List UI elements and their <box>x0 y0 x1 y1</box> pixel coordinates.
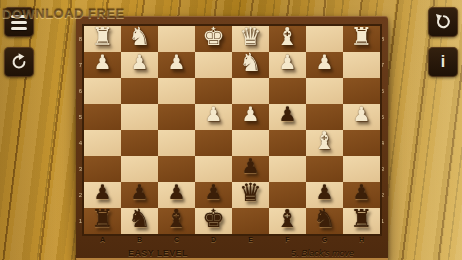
square-B6[interactable] <box>121 78 158 104</box>
rank-label-2: 2 <box>379 182 386 208</box>
square-F3[interactable] <box>269 156 306 182</box>
square-E1[interactable] <box>232 208 269 234</box>
square-H8[interactable]: ♜ <box>343 26 380 52</box>
rank-label-7: 7 <box>379 52 386 78</box>
piece-black-king[interactable]: ♚ <box>202 206 224 231</box>
info-button[interactable]: i <box>428 47 458 77</box>
square-H4[interactable] <box>343 130 380 156</box>
piece-black-pawn[interactable]: ♟ <box>94 182 112 202</box>
square-H5[interactable]: ♟ <box>343 104 380 130</box>
square-D7[interactable] <box>195 52 232 78</box>
restart-button[interactable] <box>4 47 34 77</box>
rank-label-3: 3 <box>379 156 386 182</box>
menu-button[interactable] <box>4 7 34 37</box>
rank-labels-right: 87654321 <box>379 26 386 234</box>
square-A5[interactable] <box>84 104 121 130</box>
rank-label-5: 5 <box>77 104 84 130</box>
piece-white-pawn[interactable]: ♟ <box>131 52 149 72</box>
square-B5[interactable] <box>121 104 158 130</box>
piece-white-queen[interactable]: ♛ <box>239 24 261 49</box>
restart-circular-arrow-icon <box>9 52 29 72</box>
square-D4[interactable] <box>195 130 232 156</box>
square-A1[interactable]: ♜ <box>84 208 121 234</box>
square-C5[interactable] <box>158 104 195 130</box>
piece-black-pawn[interactable]: ♟ <box>131 182 149 202</box>
undo-curved-arrow-icon <box>433 12 453 32</box>
piece-white-pawn[interactable]: ♟ <box>279 52 297 72</box>
square-A4[interactable] <box>84 130 121 156</box>
piece-black-queen[interactable]: ♛ <box>239 180 261 205</box>
square-F6[interactable] <box>269 78 306 104</box>
piece-white-bishop[interactable]: ♝ <box>313 128 335 153</box>
piece-white-knight[interactable]: ♞ <box>239 50 261 75</box>
square-B8[interactable]: ♞ <box>121 26 158 52</box>
rank-label-4: 4 <box>77 130 84 156</box>
square-E5[interactable]: ♟ <box>232 104 269 130</box>
square-G3[interactable] <box>306 156 343 182</box>
square-F5[interactable]: ♟ <box>269 104 306 130</box>
square-C4[interactable] <box>158 130 195 156</box>
square-D8[interactable]: ♚ <box>195 26 232 52</box>
piece-black-pawn[interactable]: ♟ <box>205 182 223 202</box>
info-icon: i <box>441 54 445 70</box>
square-C6[interactable] <box>158 78 195 104</box>
rank-labels-left: 87654321 <box>77 26 84 234</box>
move-number: 5. <box>291 248 299 258</box>
rank-label-8: 8 <box>77 26 84 52</box>
piece-black-bishop[interactable]: ♝ <box>276 206 298 231</box>
piece-white-pawn[interactable]: ♟ <box>316 52 334 72</box>
square-E7[interactable]: ♞ <box>232 52 269 78</box>
piece-white-rook[interactable]: ♜ <box>350 24 372 49</box>
rank-label-1: 1 <box>379 208 386 234</box>
square-D6[interactable] <box>195 78 232 104</box>
rank-label-8: 8 <box>379 26 386 52</box>
square-C7[interactable]: ♟ <box>158 52 195 78</box>
piece-black-knight[interactable]: ♞ <box>313 206 335 231</box>
chess-app-screen: DOWNLOAD FREE i 87654321 87654321 ♜♞♚♛♝♜… <box>0 0 462 260</box>
piece-white-rook[interactable]: ♜ <box>91 24 113 49</box>
square-A6[interactable] <box>84 78 121 104</box>
square-B3[interactable] <box>121 156 158 182</box>
piece-black-pawn[interactable]: ♟ <box>168 182 186 202</box>
square-F8[interactable]: ♝ <box>269 26 306 52</box>
square-F1[interactable]: ♝ <box>269 208 306 234</box>
square-G6[interactable] <box>306 78 343 104</box>
square-E6[interactable] <box>232 78 269 104</box>
square-E4[interactable] <box>232 130 269 156</box>
square-G4[interactable]: ♝ <box>306 130 343 156</box>
square-D1[interactable]: ♚ <box>195 208 232 234</box>
piece-white-pawn[interactable]: ♟ <box>94 52 112 72</box>
square-G1[interactable]: ♞ <box>306 208 343 234</box>
square-F4[interactable] <box>269 130 306 156</box>
piece-white-pawn[interactable]: ♟ <box>205 104 223 124</box>
piece-white-knight[interactable]: ♞ <box>128 24 150 49</box>
piece-white-pawn[interactable]: ♟ <box>242 104 260 124</box>
square-H1[interactable]: ♜ <box>343 208 380 234</box>
piece-black-pawn[interactable]: ♟ <box>316 182 334 202</box>
square-D3[interactable] <box>195 156 232 182</box>
square-C3[interactable] <box>158 156 195 182</box>
rank-label-4: 4 <box>379 130 386 156</box>
square-H3[interactable] <box>343 156 380 182</box>
board-squares: ♜♞♚♛♝♜♟♟♟♞♟♟♟♟♟♟♝♟♟♟♟♟♛♟♟♜♞♝♚♝♞♜ <box>84 26 380 234</box>
square-C1[interactable]: ♝ <box>158 208 195 234</box>
chess-board: 87654321 87654321 ♜♞♚♛♝♜♟♟♟♞♟♟♟♟♟♟♝♟♟♟♟♟… <box>76 16 388 260</box>
square-B7[interactable]: ♟ <box>121 52 158 78</box>
square-C8[interactable] <box>158 26 195 52</box>
piece-black-pawn[interactable]: ♟ <box>353 182 371 202</box>
undo-button[interactable] <box>428 7 458 37</box>
square-G8[interactable] <box>306 26 343 52</box>
rank-label-5: 5 <box>379 104 386 130</box>
square-H6[interactable] <box>343 78 380 104</box>
square-D5[interactable]: ♟ <box>195 104 232 130</box>
status-bar: EASY LEVEL 5. Black's move <box>84 247 380 259</box>
rank-label-3: 3 <box>77 156 84 182</box>
piece-black-rook[interactable]: ♜ <box>350 206 372 231</box>
rank-label-6: 6 <box>77 78 84 104</box>
square-E2[interactable]: ♛ <box>232 182 269 208</box>
rank-label-1: 1 <box>77 208 84 234</box>
piece-white-pawn[interactable]: ♟ <box>168 52 186 72</box>
square-A3[interactable] <box>84 156 121 182</box>
square-B4[interactable] <box>121 130 158 156</box>
square-H7[interactable] <box>343 52 380 78</box>
piece-black-rook[interactable]: ♜ <box>91 206 113 231</box>
hamburger-menu-icon <box>11 15 27 30</box>
level-label: EASY LEVEL <box>128 248 188 258</box>
move-side-text: Black's move <box>301 248 354 258</box>
square-A7[interactable]: ♟ <box>84 52 121 78</box>
square-F7[interactable]: ♟ <box>269 52 306 78</box>
piece-black-pawn[interactable]: ♟ <box>279 104 297 124</box>
square-B1[interactable]: ♞ <box>121 208 158 234</box>
piece-white-king[interactable]: ♚ <box>202 24 224 49</box>
rank-label-7: 7 <box>77 52 84 78</box>
square-G7[interactable]: ♟ <box>306 52 343 78</box>
square-A8[interactable]: ♜ <box>84 26 121 52</box>
piece-white-pawn[interactable]: ♟ <box>353 104 371 124</box>
rank-label-2: 2 <box>77 182 84 208</box>
piece-black-pawn[interactable]: ♟ <box>242 156 260 176</box>
piece-black-knight[interactable]: ♞ <box>128 206 150 231</box>
piece-white-bishop[interactable]: ♝ <box>276 24 298 49</box>
move-status: 5. Black's move <box>291 248 354 258</box>
piece-black-bishop[interactable]: ♝ <box>165 206 187 231</box>
rank-label-6: 6 <box>379 78 386 104</box>
